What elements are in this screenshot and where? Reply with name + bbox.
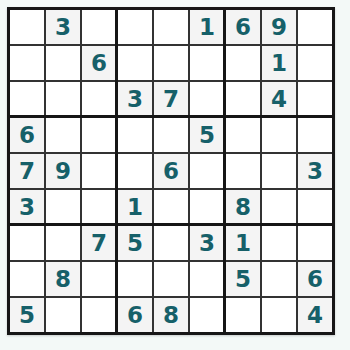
sudoku-cell-r7c3[interactable]: 7 [82,226,116,260]
page-background: 31696137465796331875318565684 [0,0,350,342]
sudoku-cell-r6c6[interactable] [190,190,224,224]
sudoku-cell-r1c4[interactable] [118,10,152,44]
sudoku-cell-r2c3[interactable]: 6 [82,46,116,80]
sudoku-cell-r7c4[interactable]: 5 [118,226,152,260]
sudoku-cell-r9c3[interactable] [82,298,116,332]
sudoku-cell-r8c7[interactable]: 5 [226,262,260,296]
sudoku-cell-r4c4[interactable] [118,118,152,152]
sudoku-cell-r7c1[interactable] [10,226,44,260]
sudoku-cell-r2c8[interactable]: 1 [262,46,296,80]
sudoku-cell-r9c9[interactable]: 4 [298,298,332,332]
sudoku-cell-r7c2[interactable] [46,226,80,260]
sudoku-cell-r6c7[interactable]: 8 [226,190,260,224]
sudoku-cell-r9c5[interactable]: 8 [154,298,188,332]
sudoku-cell-r6c4[interactable]: 1 [118,190,152,224]
sudoku-cell-r8c3[interactable] [82,262,116,296]
sudoku-cell-r9c1[interactable]: 5 [10,298,44,332]
sudoku-board: 31696137465796331875318565684 [7,7,335,335]
sudoku-cell-r5c1[interactable]: 7 [10,154,44,188]
sudoku-cell-r3c2[interactable] [46,82,80,116]
sudoku-cell-r5c8[interactable] [262,154,296,188]
sudoku-cell-r4c2[interactable] [46,118,80,152]
sudoku-cell-r7c8[interactable] [262,226,296,260]
sudoku-cell-r8c8[interactable] [262,262,296,296]
sudoku-cell-r6c2[interactable] [46,190,80,224]
sudoku-cell-r7c7[interactable]: 1 [226,226,260,260]
sudoku-cell-r3c5[interactable]: 7 [154,82,188,116]
sudoku-cell-r2c1[interactable] [10,46,44,80]
sudoku-cell-r8c1[interactable] [10,262,44,296]
sudoku-cell-r6c5[interactable] [154,190,188,224]
sudoku-cell-r7c9[interactable] [298,226,332,260]
sudoku-cell-r9c6[interactable] [190,298,224,332]
sudoku-cell-r9c8[interactable] [262,298,296,332]
sudoku-cell-r6c1[interactable]: 3 [10,190,44,224]
sudoku-cell-r5c9[interactable]: 3 [298,154,332,188]
sudoku-cell-r8c4[interactable] [118,262,152,296]
sudoku-cell-r4c5[interactable] [154,118,188,152]
sudoku-cell-r3c4[interactable]: 3 [118,82,152,116]
sudoku-cell-r3c3[interactable] [82,82,116,116]
sudoku-cell-r4c6[interactable]: 5 [190,118,224,152]
sudoku-cell-r2c4[interactable] [118,46,152,80]
sudoku-cell-r3c8[interactable]: 4 [262,82,296,116]
sudoku-cell-r3c7[interactable] [226,82,260,116]
sudoku-cell-r9c2[interactable] [46,298,80,332]
sudoku-cell-r4c3[interactable] [82,118,116,152]
sudoku-cell-r9c4[interactable]: 6 [118,298,152,332]
sudoku-cell-r4c1[interactable]: 6 [10,118,44,152]
sudoku-cell-r5c4[interactable] [118,154,152,188]
sudoku-cell-r4c7[interactable] [226,118,260,152]
sudoku-cell-r5c3[interactable] [82,154,116,188]
sudoku-cell-r1c8[interactable]: 9 [262,10,296,44]
sudoku-cell-r2c9[interactable] [298,46,332,80]
sudoku-cell-r1c2[interactable]: 3 [46,10,80,44]
sudoku-cell-r1c3[interactable] [82,10,116,44]
sudoku-cell-r8c6[interactable] [190,262,224,296]
sudoku-cell-r8c2[interactable]: 8 [46,262,80,296]
sudoku-cell-r2c6[interactable] [190,46,224,80]
sudoku-cell-r2c2[interactable] [46,46,80,80]
sudoku-cell-r5c7[interactable] [226,154,260,188]
sudoku-cell-r5c6[interactable] [190,154,224,188]
sudoku-cell-r3c6[interactable] [190,82,224,116]
sudoku-cell-r6c9[interactable] [298,190,332,224]
sudoku-cell-r4c8[interactable] [262,118,296,152]
sudoku-cell-r4c9[interactable] [298,118,332,152]
sudoku-cell-r6c8[interactable] [262,190,296,224]
sudoku-cell-r2c7[interactable] [226,46,260,80]
sudoku-cell-r2c5[interactable] [154,46,188,80]
sudoku-cell-r8c5[interactable] [154,262,188,296]
sudoku-cell-r5c5[interactable]: 6 [154,154,188,188]
sudoku-cell-r1c6[interactable]: 1 [190,10,224,44]
sudoku-cell-r6c3[interactable] [82,190,116,224]
sudoku-cell-r7c6[interactable]: 3 [190,226,224,260]
sudoku-cell-r1c1[interactable] [10,10,44,44]
sudoku-cell-r5c2[interactable]: 9 [46,154,80,188]
sudoku-cell-r9c7[interactable] [226,298,260,332]
sudoku-cell-r8c9[interactable]: 6 [298,262,332,296]
sudoku-cell-r1c9[interactable] [298,10,332,44]
sudoku-cell-r3c9[interactable] [298,82,332,116]
sudoku-cell-r3c1[interactable] [10,82,44,116]
sudoku-cell-r1c7[interactable]: 6 [226,10,260,44]
sudoku-cell-r1c5[interactable] [154,10,188,44]
sudoku-cell-r7c5[interactable] [154,226,188,260]
